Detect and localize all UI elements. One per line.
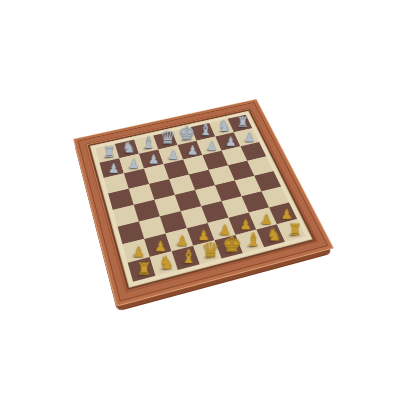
piece-silver-pawn: ♟: [123, 157, 143, 170]
piece-silver-knight: ♞: [119, 140, 139, 155]
square-a1: ♜: [128, 257, 156, 282]
piece-gold-pawn: ♟: [149, 239, 172, 253]
piece-silver-bishop: ♝: [196, 122, 216, 138]
piece-gold-queen: ♛: [199, 240, 222, 261]
piece-silver-pawn: ♟: [202, 140, 222, 152]
chess-set-photo: ♜♞♝♛♚♝♞♜♟♟♟♟♟♟♟♟♟♟♟♟♟♟♟♟♜♞♝♛♚♝♞♜: [91, 86, 299, 294]
piece-gold-king: ♚: [221, 233, 244, 255]
piece-silver-pawn: ♟: [143, 153, 163, 166]
piece-silver-bishop: ♝: [138, 135, 158, 151]
piece-gold-bishop: ♝: [242, 231, 264, 249]
piece-silver-pawn: ♟: [240, 131, 260, 143]
piece-silver-pawn: ♟: [221, 135, 241, 147]
piece-silver-pawn: ♟: [163, 149, 183, 162]
piece-gold-knight: ♞: [155, 254, 178, 272]
piece-silver-rook: ♜: [233, 116, 252, 130]
piece-gold-pawn: ♟: [276, 207, 298, 220]
square-f4: [215, 180, 242, 201]
square-c6: [144, 164, 169, 184]
square-e3: [201, 201, 228, 223]
piece-gold-rook: ♜: [284, 222, 306, 238]
piece-gold-bishop: ♝: [177, 248, 200, 267]
piece-silver-king: ♚: [177, 123, 197, 142]
piece-gold-pawn: ♟: [127, 245, 150, 259]
square-b3: [139, 216, 166, 239]
piece-gold-rook: ♜: [133, 261, 156, 278]
board-mat-border: ♜♞♝♛♚♝♞♜♟♟♟♟♟♟♟♟♟♟♟♟♟♟♟♟♜♞♝♛♚♝♞♜: [89, 110, 314, 289]
piece-gold-knight: ♞: [263, 227, 285, 244]
square-e5: [189, 170, 215, 190]
board-grid: ♜♞♝♛♚♝♞♜♟♟♟♟♟♟♟♟♟♟♟♟♟♟♟♟♜♞♝♛♚♝♞♜: [95, 115, 305, 282]
piece-silver-knight: ♞: [215, 119, 235, 134]
piece-silver-rook: ♜: [99, 145, 119, 159]
piece-silver-pawn: ♟: [182, 144, 202, 156]
square-a7: ♟: [99, 158, 123, 178]
wooden-frame: ♜♞♝♛♚♝♞♜♟♟♟♟♟♟♟♟♟♟♟♟♟♟♟♟♜♞♝♛♚♝♞♜: [73, 99, 334, 307]
board-scene: ♜♞♝♛♚♝♞♜♟♟♟♟♟♟♟♟♟♟♟♟♟♟♟♟♜♞♝♛♚♝♞♜: [73, 99, 334, 307]
piece-silver-queen: ♛: [158, 129, 178, 147]
piece-silver-pawn: ♟: [103, 162, 124, 175]
